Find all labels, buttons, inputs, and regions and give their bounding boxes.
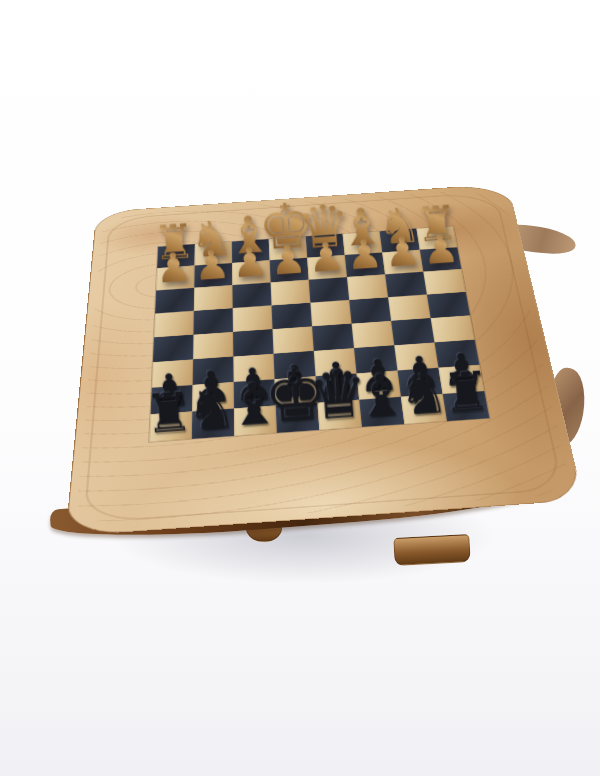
chess-piece-white-pawn: ♟: [422, 229, 461, 272]
board-square-c6: [347, 274, 388, 300]
chess-piece-white-pawn: ♟: [193, 245, 232, 288]
board-square-d4: [312, 324, 354, 351]
board-square-c1: ♝: [359, 397, 404, 427]
board-slab: ♜♞♝♚♛♝♞♜♟♟♟♟♟♟♟♟♟♟♟♟♟♟♟♟♜♞♝♚♛♝♞♜: [65, 183, 583, 536]
chess-piece-black-rook: ♜: [441, 364, 492, 420]
board-square-e5: [272, 303, 313, 329]
board-square-f4: [233, 329, 274, 356]
board-square-f6: [232, 282, 271, 308]
board-foot-right: [393, 534, 470, 566]
board-square-h4: [153, 335, 194, 362]
board-square-a6: [423, 269, 465, 294]
board-square-b5: [388, 295, 431, 321]
board-square-a7: ♟: [420, 247, 462, 272]
chess-piece-white-pawn: ♟: [307, 237, 346, 280]
board-square-c7: ♟: [345, 252, 385, 277]
board-square-e6: [271, 280, 311, 306]
board-square-g6: [194, 285, 233, 311]
board-square-h5: [154, 311, 194, 338]
board-square-b7: ♟: [382, 250, 423, 275]
board-square-b6: [385, 272, 427, 297]
chess-piece-white-pawn: ♟: [383, 231, 422, 274]
board-square-h7: ♟: [156, 266, 195, 291]
chess-board: ♜♞♝♚♛♝♞♜♟♟♟♟♟♟♟♟♟♟♟♟♟♟♟♟♜♞♝♚♛♝♞♜: [149, 226, 489, 442]
board-square-f5: [233, 305, 273, 331]
photo-canvas: ♜♞♝♚♛♝♞♜♟♟♟♟♟♟♟♟♟♟♟♟♟♟♟♟♜♞♝♚♛♝♞♜: [0, 0, 600, 776]
board-square-c5: [349, 297, 391, 323]
board-square-b1: ♞: [401, 394, 447, 424]
chess-piece-white-pawn: ♟: [231, 242, 270, 285]
chess-piece-white-pawn: ♟: [154, 247, 193, 290]
board-square-d7: ♟: [307, 255, 347, 280]
chess-piece-white-pawn: ♟: [345, 234, 384, 277]
board-square-h6: [155, 288, 194, 314]
board-square-c4: [352, 321, 395, 348]
board-square-g4: [193, 332, 233, 359]
board-square-a4: [431, 315, 475, 342]
board-square-a5: [427, 292, 470, 318]
board-square-a1: ♜: [443, 391, 490, 421]
board-square-e7: ♟: [270, 258, 309, 283]
board-square-e4: [273, 326, 314, 353]
board-square-b4: [391, 318, 434, 345]
board-square-d6: [309, 277, 349, 303]
board-square-g5: [193, 308, 233, 335]
board-square-f7: ♟: [232, 260, 270, 285]
board-square-g7: ♟: [194, 263, 232, 288]
board-square-d5: [310, 300, 351, 326]
chess-piece-white-pawn: ♟: [269, 239, 308, 282]
